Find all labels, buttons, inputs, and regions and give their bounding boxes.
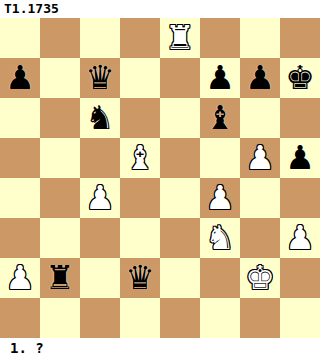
square-d4[interactable]: [120, 178, 160, 218]
square-f3[interactable]: ♞: [200, 218, 240, 258]
square-h5[interactable]: ♟: [280, 138, 320, 178]
square-h1[interactable]: [280, 298, 320, 338]
square-f1[interactable]: [200, 298, 240, 338]
square-h7[interactable]: ♚: [280, 58, 320, 98]
black-king-h7: ♚: [280, 58, 320, 98]
square-h2[interactable]: [280, 258, 320, 298]
square-d1[interactable]: [120, 298, 160, 338]
black-pawn-a7: ♟: [0, 58, 40, 98]
black-pawn-g7: ♟: [240, 58, 280, 98]
square-c3[interactable]: [80, 218, 120, 258]
square-f2[interactable]: [200, 258, 240, 298]
square-f7[interactable]: ♟: [200, 58, 240, 98]
black-bishop-f6: ♝: [200, 98, 240, 138]
square-a4[interactable]: [0, 178, 40, 218]
black-pawn-h5: ♟: [280, 138, 320, 178]
square-e6[interactable]: [160, 98, 200, 138]
white-pawn-g5: ♟: [240, 138, 280, 178]
white-rook-e8: ♜: [160, 18, 200, 58]
square-e2[interactable]: [160, 258, 200, 298]
square-d6[interactable]: [120, 98, 160, 138]
square-e3[interactable]: [160, 218, 200, 258]
square-b4[interactable]: [40, 178, 80, 218]
black-queen-c7: ♛: [80, 58, 120, 98]
square-a6[interactable]: [0, 98, 40, 138]
square-e4[interactable]: [160, 178, 200, 218]
square-g4[interactable]: [240, 178, 280, 218]
square-b8[interactable]: [40, 18, 80, 58]
square-a1[interactable]: [0, 298, 40, 338]
square-a8[interactable]: [0, 18, 40, 58]
square-h6[interactable]: [280, 98, 320, 138]
square-b2[interactable]: ♜: [40, 258, 80, 298]
square-b7[interactable]: [40, 58, 80, 98]
white-knight-f3: ♞: [200, 218, 240, 258]
square-e7[interactable]: [160, 58, 200, 98]
square-f8[interactable]: [200, 18, 240, 58]
white-king-g2: ♚: [240, 258, 280, 298]
square-b5[interactable]: [40, 138, 80, 178]
black-rook-b2: ♜: [40, 258, 80, 298]
square-d7[interactable]: [120, 58, 160, 98]
white-pawn-a2: ♟: [0, 258, 40, 298]
square-c5[interactable]: [80, 138, 120, 178]
square-g1[interactable]: [240, 298, 280, 338]
square-a3[interactable]: [0, 218, 40, 258]
square-h8[interactable]: [280, 18, 320, 58]
square-e5[interactable]: [160, 138, 200, 178]
square-d2[interactable]: ♛: [120, 258, 160, 298]
square-b6[interactable]: [40, 98, 80, 138]
square-b1[interactable]: [40, 298, 80, 338]
square-c2[interactable]: [80, 258, 120, 298]
white-pawn-c4: ♟: [80, 178, 120, 218]
chess-puzzle-page: T1.1735 ♜♟♛♟♟♚♞♝♝♟♟♟♟♞♟♟♜♛♚ 1. ?: [0, 0, 320, 360]
square-g5[interactable]: ♟: [240, 138, 280, 178]
square-c4[interactable]: ♟: [80, 178, 120, 218]
square-e1[interactable]: [160, 298, 200, 338]
square-d3[interactable]: [120, 218, 160, 258]
square-f4[interactable]: ♟: [200, 178, 240, 218]
square-e8[interactable]: ♜: [160, 18, 200, 58]
square-a7[interactable]: ♟: [0, 58, 40, 98]
square-a2[interactable]: ♟: [0, 258, 40, 298]
square-d8[interactable]: [120, 18, 160, 58]
puzzle-id: T1.1735: [0, 0, 320, 18]
square-c8[interactable]: [80, 18, 120, 58]
move-prompt: 1. ?: [0, 338, 320, 360]
chess-board: ♜♟♛♟♟♚♞♝♝♟♟♟♟♞♟♟♜♛♚: [0, 18, 320, 338]
square-f5[interactable]: [200, 138, 240, 178]
white-pawn-h3: ♟: [280, 218, 320, 258]
square-a5[interactable]: [0, 138, 40, 178]
square-c6[interactable]: ♞: [80, 98, 120, 138]
square-c7[interactable]: ♛: [80, 58, 120, 98]
square-f6[interactable]: ♝: [200, 98, 240, 138]
white-pawn-f4: ♟: [200, 178, 240, 218]
square-h3[interactable]: ♟: [280, 218, 320, 258]
black-queen-d2: ♛: [120, 258, 160, 298]
black-pawn-f7: ♟: [200, 58, 240, 98]
square-g8[interactable]: [240, 18, 280, 58]
black-knight-c6: ♞: [80, 98, 120, 138]
square-d5[interactable]: ♝: [120, 138, 160, 178]
square-g2[interactable]: ♚: [240, 258, 280, 298]
white-bishop-d5: ♝: [120, 138, 160, 178]
square-g7[interactable]: ♟: [240, 58, 280, 98]
square-g6[interactable]: [240, 98, 280, 138]
square-h4[interactable]: [280, 178, 320, 218]
square-c1[interactable]: [80, 298, 120, 338]
square-g3[interactable]: [240, 218, 280, 258]
square-b3[interactable]: [40, 218, 80, 258]
